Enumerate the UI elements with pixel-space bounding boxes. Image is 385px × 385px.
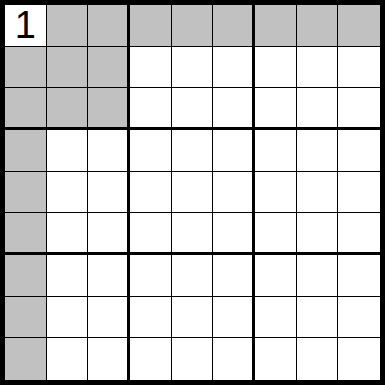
cell-r4c3[interactable] <box>88 130 130 172</box>
cell-r2c4[interactable] <box>130 47 172 89</box>
cell-r9c5[interactable] <box>172 338 214 380</box>
cell-r3c9[interactable] <box>338 88 380 130</box>
cell-r8c5[interactable] <box>172 297 214 339</box>
cell-r1c7[interactable] <box>255 5 297 47</box>
cell-r1c1[interactable]: 1 <box>5 5 47 47</box>
cell-r1c2[interactable] <box>47 5 89 47</box>
cell-r7c4[interactable] <box>130 255 172 297</box>
cell-r7c9[interactable] <box>338 255 380 297</box>
cell-r3c8[interactable] <box>297 88 339 130</box>
cell-r3c5[interactable] <box>172 88 214 130</box>
cell-r8c4[interactable] <box>130 297 172 339</box>
cell-r2c9[interactable] <box>338 47 380 89</box>
cell-r7c5[interactable] <box>172 255 214 297</box>
cell-r5c2[interactable] <box>47 172 89 214</box>
cell-r6c2[interactable] <box>47 213 89 255</box>
cell-r8c7[interactable] <box>255 297 297 339</box>
cell-r9c4[interactable] <box>130 338 172 380</box>
cell-r1c6[interactable] <box>213 5 255 47</box>
cell-r8c2[interactable] <box>47 297 89 339</box>
cell-r5c3[interactable] <box>88 172 130 214</box>
cell-r9c9[interactable] <box>338 338 380 380</box>
cell-r5c4[interactable] <box>130 172 172 214</box>
cell-r4c1[interactable] <box>5 130 47 172</box>
cell-r5c5[interactable] <box>172 172 214 214</box>
cell-r3c2[interactable] <box>47 88 89 130</box>
cell-r6c7[interactable] <box>255 213 297 255</box>
cell-r5c1[interactable] <box>5 172 47 214</box>
cell-r7c3[interactable] <box>88 255 130 297</box>
cell-r2c8[interactable] <box>297 47 339 89</box>
cell-r5c8[interactable] <box>297 172 339 214</box>
cell-r3c6[interactable] <box>213 88 255 130</box>
cell-r4c7[interactable] <box>255 130 297 172</box>
cell-r2c1[interactable] <box>5 47 47 89</box>
cell-r9c8[interactable] <box>297 338 339 380</box>
cell-r2c6[interactable] <box>213 47 255 89</box>
cell-r5c7[interactable] <box>255 172 297 214</box>
cell-r9c2[interactable] <box>47 338 89 380</box>
sudoku-board: 1 <box>0 0 385 385</box>
cell-r7c2[interactable] <box>47 255 89 297</box>
cell-r2c3[interactable] <box>88 47 130 89</box>
cell-r3c3[interactable] <box>88 88 130 130</box>
cell-r6c5[interactable] <box>172 213 214 255</box>
cell-r4c9[interactable] <box>338 130 380 172</box>
cell-r2c7[interactable] <box>255 47 297 89</box>
cell-r7c8[interactable] <box>297 255 339 297</box>
cell-r1c5[interactable] <box>172 5 214 47</box>
cell-r6c9[interactable] <box>338 213 380 255</box>
cell-r9c6[interactable] <box>213 338 255 380</box>
cell-r1c4[interactable] <box>130 5 172 47</box>
cell-r1c3[interactable] <box>88 5 130 47</box>
cell-r4c8[interactable] <box>297 130 339 172</box>
cell-r4c6[interactable] <box>213 130 255 172</box>
cell-r4c2[interactable] <box>47 130 89 172</box>
cell-r8c8[interactable] <box>297 297 339 339</box>
cell-r7c6[interactable] <box>213 255 255 297</box>
cell-r3c4[interactable] <box>130 88 172 130</box>
cell-r5c9[interactable] <box>338 172 380 214</box>
cell-r2c2[interactable] <box>47 47 89 89</box>
cell-r1c8[interactable] <box>297 5 339 47</box>
cell-r5c6[interactable] <box>213 172 255 214</box>
cell-r1c9[interactable] <box>338 5 380 47</box>
cell-r6c3[interactable] <box>88 213 130 255</box>
cell-r9c7[interactable] <box>255 338 297 380</box>
cell-r7c7[interactable] <box>255 255 297 297</box>
cell-r8c6[interactable] <box>213 297 255 339</box>
cell-r6c4[interactable] <box>130 213 172 255</box>
cell-r4c5[interactable] <box>172 130 214 172</box>
cell-r4c4[interactable] <box>130 130 172 172</box>
cell-r8c9[interactable] <box>338 297 380 339</box>
cell-r8c3[interactable] <box>88 297 130 339</box>
cell-r7c1[interactable] <box>5 255 47 297</box>
cell-r6c6[interactable] <box>213 213 255 255</box>
cell-r9c1[interactable] <box>5 338 47 380</box>
cell-r6c1[interactable] <box>5 213 47 255</box>
cell-r3c7[interactable] <box>255 88 297 130</box>
cell-r3c1[interactable] <box>5 88 47 130</box>
cell-r6c8[interactable] <box>297 213 339 255</box>
cell-r8c1[interactable] <box>5 297 47 339</box>
cell-r9c3[interactable] <box>88 338 130 380</box>
cell-r2c5[interactable] <box>172 47 214 89</box>
